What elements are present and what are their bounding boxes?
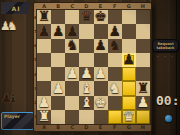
piece-white-bishop-d2[interactable]: ♝ [79,95,93,109]
piece-black-king-e8[interactable]: ♚ [94,9,108,23]
captured-white-pawn: ♟ [0,20,7,32]
piece-black-pawn-g5[interactable]: ♟ [122,52,136,66]
square-h5[interactable] [136,53,150,67]
square-g3[interactable] [122,81,136,95]
file-label-e: E [94,124,108,131]
piece-black-pawn-f7[interactable]: ♟ [108,23,122,37]
square-c1[interactable] [65,110,79,124]
square-h7[interactable] [136,24,150,38]
captured-black-bishop: ♝ [8,92,15,104]
file-label-g: G [122,124,136,131]
square-c3[interactable] [65,81,79,95]
chess-board: ABCDEFGH ABCDEFGH 87654321 87654321 ♜♛♚♟… [33,2,152,132]
human-player-plaque[interactable]: Player [1,112,34,130]
square-h8[interactable] [136,10,150,24]
file-label-a: A [37,124,51,131]
file-label-b: B [51,124,65,131]
file-label-g: G [122,3,136,10]
square-g8[interactable] [122,10,136,24]
square-g7[interactable] [122,24,136,38]
square-e1[interactable] [94,110,108,124]
piece-white-pawn-d4[interactable]: ♟ [79,66,93,80]
panel-dots: · · · [157,53,175,59]
piece-white-pawn-c4[interactable]: ♟ [65,66,79,80]
piece-black-rook-a8[interactable]: ♜ [37,9,51,23]
square-b6[interactable] [51,39,65,53]
file-label-c: C [65,3,79,10]
square-b5[interactable] [51,53,65,67]
file-label-c: C [65,124,79,131]
piece-black-queen-d8[interactable]: ♛ [79,9,93,23]
square-b2[interactable] [51,96,65,110]
request-takeback-button[interactable]: Request takeback [152,39,179,52]
captured-white-pieces-tray: ♟♞ [0,20,14,32]
wood-groove [176,0,177,135]
square-h6[interactable] [136,39,150,53]
square-a5[interactable] [37,53,51,67]
piece-white-knight-f3[interactable]: ♞ [108,80,122,94]
board-squares-area: ♜♛♚♟♟♟♟♞♟♞♟♟♟♟♟♝♞♜♟♝♚♟♜♛ [37,10,150,124]
piece-white-pawn-e4[interactable]: ♟ [94,66,108,80]
square-g4[interactable] [122,67,136,81]
square-f5[interactable] [108,53,122,67]
captured-white-knight: ♞ [7,20,14,32]
piece-black-knight-c6[interactable]: ♞ [65,38,79,52]
piece-white-king-e2[interactable]: ♚ [94,95,108,109]
square-f1[interactable] [108,110,122,124]
pill-label-line2: takeback [157,46,175,50]
game-clock: 00: [156,93,180,108]
piece-black-knight-f6[interactable]: ♞ [108,38,122,52]
piece-white-bishop-d3[interactable]: ♝ [79,80,93,94]
piece-white-rook-a1[interactable]: ♜ [37,109,51,123]
file-label-f: F [108,3,122,10]
file-label-h: H [136,124,150,131]
square-a4[interactable] [37,67,51,81]
square-d6[interactable] [79,39,93,53]
square-d7[interactable] [79,24,93,38]
piece-white-pawn-h2[interactable]: ♟ [136,95,150,109]
piece-black-pawn-a7[interactable]: ♟ [37,23,51,37]
file-label-h: H [136,3,150,10]
square-d1[interactable] [79,110,93,124]
square-f2[interactable] [108,96,122,110]
piece-white-pawn-a2[interactable]: ♟ [37,95,51,109]
captured-black-pieces-tray: ♟♝ [1,92,15,104]
piece-black-pawn-e6[interactable]: ♟ [94,38,108,52]
piece-black-pawn-b7[interactable]: ♟ [51,23,65,37]
ai-player-label: AI [12,5,21,12]
ai-player-plaque[interactable]: AI [1,2,31,14]
piece-white-pawn-b3[interactable]: ♟ [51,80,65,94]
piece-black-pawn-c7[interactable]: ♟ [65,23,79,37]
file-label-b: B [51,3,65,10]
square-b1[interactable] [51,110,65,124]
square-c2[interactable] [65,96,79,110]
piece-white-queen-g1[interactable]: ♛ [122,109,136,123]
blue-indicator-dot[interactable] [165,115,172,122]
captured-black-pawn: ♟ [1,92,8,104]
chess-app-screen: AI ♟♞ ♟♝ Player ABCDEFGH ABCDEFGH 876543… [0,0,180,135]
human-player-label: Player [4,114,20,119]
file-labels-bottom: ABCDEFGH [37,124,150,131]
square-a6[interactable] [37,39,51,53]
file-label-d: D [79,124,93,131]
file-label-f: F [108,124,122,131]
piece-black-rook-h3[interactable]: ♜ [136,80,150,94]
square-h1[interactable] [136,110,150,124]
